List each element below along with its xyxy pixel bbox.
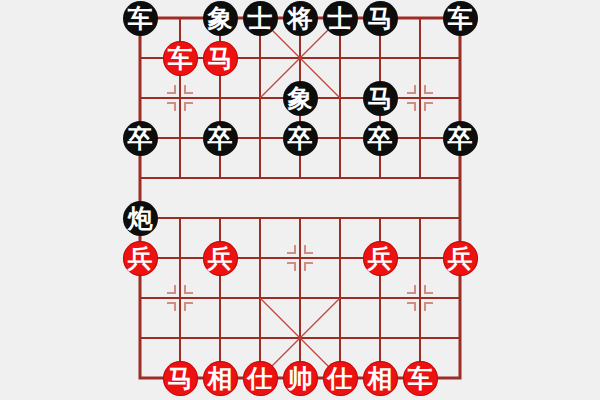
point-marker-corner-icon bbox=[304, 262, 313, 271]
point-marker-corner-icon bbox=[184, 302, 193, 311]
piece-red-soldier[interactable]: 兵 bbox=[363, 241, 398, 276]
board-point: 马 bbox=[360, 78, 400, 118]
board-point: 卒 bbox=[440, 118, 480, 158]
piece-black-soldier[interactable]: 卒 bbox=[283, 121, 318, 156]
board-point: 象 bbox=[280, 78, 320, 118]
piece-red-elephant[interactable]: 相 bbox=[363, 361, 398, 396]
point-marker-corner-icon bbox=[167, 85, 176, 94]
board-point: 仕 bbox=[240, 358, 280, 398]
board-point: 将 bbox=[280, 0, 320, 38]
piece-black-advisor[interactable]: 士 bbox=[243, 1, 278, 36]
board-point: 相 bbox=[360, 358, 400, 398]
point-marker-corner-icon bbox=[184, 85, 193, 94]
board-intersections-grid[interactable]: 车象士将士马车车马象马卒卒卒卒卒炮兵兵兵兵马相仕帅仕相车 bbox=[120, 0, 480, 398]
point-marker bbox=[160, 78, 200, 118]
board-point: 相 bbox=[200, 358, 240, 398]
piece-black-elephant[interactable]: 象 bbox=[203, 1, 238, 36]
piece-black-chariot[interactable]: 车 bbox=[443, 1, 478, 36]
point-marker bbox=[160, 278, 200, 318]
board-point: 车 bbox=[160, 38, 200, 78]
point-marker-corner-icon bbox=[287, 262, 296, 271]
piece-red-horse[interactable]: 马 bbox=[203, 41, 238, 76]
point-marker-corner-icon bbox=[424, 85, 433, 94]
piece-red-elephant[interactable]: 相 bbox=[203, 361, 238, 396]
point-marker bbox=[280, 238, 320, 278]
board-point: 车 bbox=[400, 358, 440, 398]
board-point: 兵 bbox=[360, 238, 400, 278]
piece-black-soldier[interactable]: 卒 bbox=[363, 121, 398, 156]
piece-black-horse[interactable]: 马 bbox=[363, 81, 398, 116]
board-point: 仕 bbox=[320, 358, 360, 398]
board-point: 士 bbox=[240, 0, 280, 38]
point-marker-corner-icon bbox=[424, 285, 433, 294]
piece-red-advisor[interactable]: 仕 bbox=[323, 361, 358, 396]
point-marker-corner-icon bbox=[424, 302, 433, 311]
piece-black-soldier[interactable]: 卒 bbox=[203, 121, 238, 156]
piece-red-soldier[interactable]: 兵 bbox=[443, 241, 478, 276]
point-marker-corner-icon bbox=[287, 245, 296, 254]
board-point: 兵 bbox=[440, 238, 480, 278]
point-marker bbox=[400, 78, 440, 118]
board-point: 卒 bbox=[200, 118, 240, 158]
board-point: 兵 bbox=[200, 238, 240, 278]
point-marker-corner-icon bbox=[304, 245, 313, 254]
board-point: 车 bbox=[120, 0, 160, 38]
xiangqi-app: 车象士将士马车车马象马卒卒卒卒卒炮兵兵兵兵马相仕帅仕相车 bbox=[0, 0, 600, 400]
piece-red-chariot[interactable]: 车 bbox=[163, 41, 198, 76]
board-point: 兵 bbox=[120, 238, 160, 278]
piece-black-horse[interactable]: 马 bbox=[363, 1, 398, 36]
board-point: 士 bbox=[320, 0, 360, 38]
point-marker-corner-icon bbox=[407, 85, 416, 94]
board-point: 马 bbox=[200, 38, 240, 78]
piece-red-chariot[interactable]: 车 bbox=[403, 361, 438, 396]
piece-red-horse[interactable]: 马 bbox=[163, 361, 198, 396]
point-marker-corner-icon bbox=[184, 285, 193, 294]
piece-black-soldier[interactable]: 卒 bbox=[443, 121, 478, 156]
board-point: 卒 bbox=[120, 118, 160, 158]
board-point: 马 bbox=[160, 358, 200, 398]
piece-red-soldier[interactable]: 兵 bbox=[123, 241, 158, 276]
point-marker-corner-icon bbox=[184, 102, 193, 111]
piece-red-general[interactable]: 帅 bbox=[283, 361, 318, 396]
point-marker-corner-icon bbox=[167, 285, 176, 294]
point-marker-corner-icon bbox=[407, 102, 416, 111]
piece-black-elephant[interactable]: 象 bbox=[283, 81, 318, 116]
point-marker-corner-icon bbox=[407, 285, 416, 294]
piece-black-advisor[interactable]: 士 bbox=[323, 1, 358, 36]
point-marker-corner-icon bbox=[424, 102, 433, 111]
point-marker-corner-icon bbox=[167, 302, 176, 311]
board-point: 马 bbox=[360, 0, 400, 38]
point-marker-corner-icon bbox=[407, 302, 416, 311]
piece-black-cannon[interactable]: 炮 bbox=[123, 201, 158, 236]
board-point: 帅 bbox=[280, 358, 320, 398]
piece-red-soldier[interactable]: 兵 bbox=[203, 241, 238, 276]
point-marker bbox=[400, 278, 440, 318]
point-marker-corner-icon bbox=[167, 102, 176, 111]
board-point: 车 bbox=[440, 0, 480, 38]
piece-black-general[interactable]: 将 bbox=[283, 1, 318, 36]
board-point: 炮 bbox=[120, 198, 160, 238]
piece-black-chariot[interactable]: 车 bbox=[123, 1, 158, 36]
board-point: 卒 bbox=[280, 118, 320, 158]
piece-black-soldier[interactable]: 卒 bbox=[123, 121, 158, 156]
board-point: 象 bbox=[200, 0, 240, 38]
piece-red-advisor[interactable]: 仕 bbox=[243, 361, 278, 396]
board-point: 卒 bbox=[360, 118, 400, 158]
